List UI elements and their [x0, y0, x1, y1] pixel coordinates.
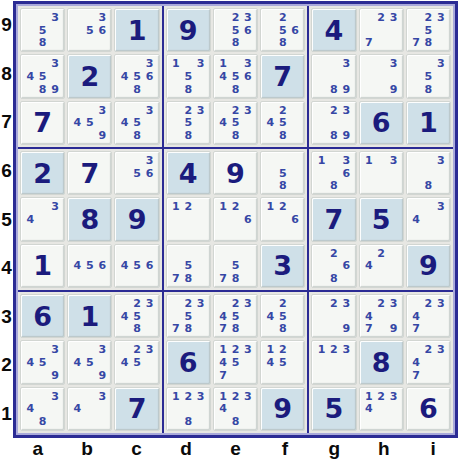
cell-i4[interactable]: 9 — [406, 244, 451, 288]
cell-a2[interactable]: 3459 — [20, 340, 65, 384]
cell-e7[interactable]: 23458 — [213, 101, 258, 145]
candidate-6: 6 — [289, 24, 301, 37]
candidate-1: 1 — [363, 390, 375, 403]
candidate-8: 8 — [36, 37, 48, 50]
candidate-5: 5 — [36, 24, 48, 37]
candidate-4: 4 — [71, 402, 83, 415]
candidate-8: 8 — [277, 129, 289, 142]
box-4: 4958121261265785783 — [164, 149, 308, 290]
candidate-4: 4 — [24, 213, 36, 226]
pencil-marks: 2568 — [264, 11, 301, 49]
cell-d2[interactable]: 6 — [166, 340, 211, 384]
candidate-8: 8 — [277, 323, 289, 336]
candidate-3: 3 — [49, 11, 61, 24]
given-digit: 1 — [419, 109, 438, 136]
candidate-4: 4 — [410, 356, 422, 369]
cell-e9[interactable]: 23568 — [213, 8, 258, 52]
candidate-2: 2 — [375, 297, 387, 310]
candidate-1: 1 — [170, 57, 182, 70]
col-label-b: b — [62, 437, 111, 460]
candidate-8: 8 — [229, 415, 241, 428]
cell-g3[interactable]: 239 — [311, 294, 356, 338]
cell-e1[interactable]: 12348 — [213, 387, 258, 431]
box-5: 136813387534268249 — [309, 149, 453, 290]
cell-g8[interactable]: 389 — [311, 54, 356, 98]
candidate-4: 4 — [71, 116, 83, 129]
pencil-marks: 356 — [118, 154, 155, 192]
given-digit: 7 — [128, 395, 147, 422]
cell-a9[interactable]: 358 — [20, 8, 65, 52]
box-3: 2735634891456456 — [18, 149, 162, 290]
cell-a8[interactable]: 34589 — [20, 54, 65, 98]
given-digit: 6 — [372, 109, 391, 136]
candidate-2: 2 — [422, 343, 434, 356]
pencil-marks: 23479 — [363, 297, 400, 335]
candidate-5: 5 — [182, 310, 194, 323]
cell-i8[interactable]: 358 — [406, 54, 451, 98]
pencil-marks: 456 — [118, 247, 155, 285]
candidate-3: 3 — [435, 11, 447, 24]
cell-b3[interactable]: 1 — [67, 294, 112, 338]
pencil-marks: 123457 — [217, 343, 254, 381]
row-label-2: 2 — [0, 341, 13, 390]
cell-c1[interactable]: 7 — [114, 387, 159, 431]
candidate-1: 1 — [217, 57, 229, 70]
cell-g2[interactable]: 123 — [311, 340, 356, 384]
given-digit: 1 — [128, 17, 147, 44]
sudoku-grid: 3583561345892345687345934589235682568135… — [18, 6, 453, 433]
cell-d5[interactable]: 12 — [166, 197, 211, 241]
candidate-3: 3 — [49, 343, 61, 356]
cell-f1[interactable]: 9 — [260, 387, 305, 431]
pencil-marks: 123 — [315, 343, 352, 381]
candidate-3: 3 — [242, 11, 254, 24]
cell-e2[interactable]: 123457 — [213, 340, 258, 384]
candidate-3: 3 — [143, 57, 155, 70]
candidate-4: 4 — [118, 310, 130, 323]
cell-g5[interactable]: 7 — [311, 197, 356, 241]
candidate-8: 8 — [277, 37, 289, 50]
pencil-marks: 1238 — [170, 390, 207, 428]
given-digit: 6 — [33, 303, 52, 330]
candidate-3: 3 — [194, 297, 206, 310]
col-label-a: a — [13, 437, 62, 460]
cell-g6[interactable]: 1368 — [311, 151, 356, 195]
pencil-marks: 23578 — [410, 11, 447, 49]
candidate-3: 3 — [194, 104, 206, 117]
pencil-marks: 38 — [410, 154, 447, 192]
candidate-3: 3 — [49, 57, 61, 70]
cell-a6[interactable]: 2 — [20, 151, 65, 195]
given-digit: 7 — [325, 206, 344, 233]
pencil-marks: 239 — [315, 297, 352, 335]
cell-b8[interactable]: 2 — [67, 54, 112, 98]
cell-b7[interactable]: 3459 — [67, 101, 112, 145]
candidate-2: 2 — [229, 297, 241, 310]
candidate-7: 7 — [217, 323, 229, 336]
candidate-8: 8 — [182, 323, 194, 336]
cell-e4[interactable]: 578 — [213, 244, 258, 288]
pencil-marks: 126 — [264, 200, 301, 238]
cell-d4[interactable]: 578 — [166, 244, 211, 288]
cell-a3[interactable]: 6 — [20, 294, 65, 338]
pencil-marks: 237 — [363, 11, 400, 49]
pencil-marks: 578 — [170, 247, 207, 285]
pencil-marks: 34 — [71, 390, 108, 428]
candidate-2: 2 — [328, 343, 340, 356]
cell-d3[interactable]: 23578 — [166, 294, 211, 338]
candidate-2: 2 — [182, 104, 194, 117]
candidate-8: 8 — [328, 272, 340, 285]
candidate-3: 3 — [340, 343, 352, 356]
candidate-2: 2 — [277, 200, 289, 213]
candidate-4: 4 — [24, 70, 36, 83]
col-label-d: d — [161, 437, 210, 460]
solved-digit: 1 — [33, 252, 52, 279]
candidate-9: 9 — [340, 83, 352, 96]
cell-d1[interactable]: 1238 — [166, 387, 211, 431]
col-labels: abcdefghi — [13, 437, 458, 460]
candidate-8: 8 — [131, 129, 143, 142]
pencil-marks: 358 — [410, 57, 447, 95]
cell-b1[interactable]: 34 — [67, 387, 112, 431]
cell-a5[interactable]: 34 — [20, 197, 65, 241]
cell-c5[interactable]: 9 — [114, 197, 159, 241]
cell-d8[interactable]: 1358 — [166, 54, 211, 98]
candidate-1: 1 — [264, 343, 276, 356]
candidate-4: 4 — [363, 402, 375, 415]
cell-c7[interactable]: 3458 — [114, 101, 159, 145]
candidate-5: 5 — [84, 24, 96, 37]
pencil-marks: 3459 — [71, 104, 108, 142]
candidate-5: 5 — [229, 70, 241, 83]
cell-f9[interactable]: 2568 — [260, 8, 305, 52]
cell-b5[interactable]: 8 — [67, 197, 112, 241]
candidate-8: 8 — [422, 180, 434, 193]
candidate-3: 3 — [242, 297, 254, 310]
cell-b4[interactable]: 456 — [67, 244, 112, 288]
candidate-2: 2 — [277, 104, 289, 117]
candidate-2: 2 — [328, 297, 340, 310]
cell-i3[interactable]: 2347 — [406, 294, 451, 338]
cell-i1[interactable]: 6 — [406, 387, 451, 431]
candidate-9: 9 — [49, 369, 61, 382]
box-8: 23923479234712382347512346 — [309, 292, 453, 433]
candidate-8: 8 — [328, 180, 340, 193]
given-digit: 9 — [273, 395, 292, 422]
candidate-3: 3 — [96, 343, 108, 356]
candidate-3: 3 — [242, 104, 254, 117]
cell-e3[interactable]: 234578 — [213, 294, 258, 338]
pencil-marks: 1234 — [363, 390, 400, 428]
candidate-8: 8 — [36, 83, 48, 96]
cell-g4[interactable]: 268 — [311, 244, 356, 288]
cell-h1[interactable]: 1234 — [359, 387, 404, 431]
cell-a1[interactable]: 348 — [20, 387, 65, 431]
pencil-marks: 13 — [363, 154, 400, 192]
candidate-9: 9 — [387, 83, 399, 96]
given-digit: 9 — [128, 206, 147, 233]
pencil-marks: 23578 — [170, 297, 207, 335]
candidate-3: 3 — [387, 390, 399, 403]
cell-c6[interactable]: 356 — [114, 151, 159, 195]
candidate-5: 5 — [277, 116, 289, 129]
cell-a7[interactable]: 7 — [20, 101, 65, 145]
cell-d7[interactable]: 2358 — [166, 101, 211, 145]
candidate-2: 2 — [229, 343, 241, 356]
candidate-2: 2 — [375, 390, 387, 403]
candidate-2: 2 — [422, 11, 434, 24]
pencil-marks: 2458 — [264, 297, 301, 335]
candidate-2: 2 — [328, 104, 340, 117]
candidate-5: 5 — [131, 116, 143, 129]
candidate-8: 8 — [422, 83, 434, 96]
col-label-c: c — [112, 437, 161, 460]
candidate-5: 5 — [229, 356, 241, 369]
candidate-3: 3 — [435, 200, 447, 213]
candidate-5: 5 — [84, 259, 96, 272]
cell-i2[interactable]: 2347 — [406, 340, 451, 384]
pencil-marks: 348 — [24, 390, 61, 428]
pencil-marks: 39 — [363, 57, 400, 95]
row-labels: 987654321 — [0, 1, 13, 438]
row-label-1: 1 — [0, 390, 13, 439]
candidate-4: 4 — [71, 259, 83, 272]
candidate-4: 4 — [217, 310, 229, 323]
cell-b9[interactable]: 356 — [67, 8, 112, 52]
candidate-1: 1 — [315, 343, 327, 356]
cell-h9[interactable]: 237 — [359, 8, 404, 52]
given-digit: 7 — [273, 63, 292, 90]
cell-h8[interactable]: 39 — [359, 54, 404, 98]
candidate-5: 5 — [131, 167, 143, 180]
given-digit: 6 — [179, 349, 198, 376]
row-label-9: 9 — [0, 1, 13, 50]
candidate-3: 3 — [143, 154, 155, 167]
candidate-7: 7 — [410, 37, 422, 50]
candidate-6: 6 — [96, 259, 108, 272]
candidate-6: 6 — [242, 24, 254, 37]
cell-c8[interactable]: 34568 — [114, 54, 159, 98]
pencil-marks: 34568 — [118, 57, 155, 95]
candidate-5: 5 — [131, 356, 143, 369]
candidate-2: 2 — [229, 390, 241, 403]
pencil-marks: 456 — [71, 247, 108, 285]
candidate-3: 3 — [143, 343, 155, 356]
box-0: 358356134589234568734593458 — [18, 6, 162, 147]
solved-digit: 9 — [226, 160, 245, 187]
row-label-3: 3 — [0, 292, 13, 341]
candidate-5: 5 — [36, 356, 48, 369]
cell-h5[interactable]: 5 — [359, 197, 404, 241]
cell-b2[interactable]: 3459 — [67, 340, 112, 384]
candidate-9: 9 — [387, 323, 399, 336]
cell-f3[interactable]: 2458 — [260, 294, 305, 338]
cell-i6[interactable]: 38 — [406, 151, 451, 195]
candidate-3: 3 — [194, 57, 206, 70]
cell-e5[interactable]: 126 — [213, 197, 258, 241]
pencil-marks: 24 — [363, 247, 400, 285]
candidate-8: 8 — [182, 129, 194, 142]
candidate-2: 2 — [229, 104, 241, 117]
cell-e6[interactable]: 9 — [213, 151, 258, 195]
cell-h7[interactable]: 6 — [359, 101, 404, 145]
candidate-5: 5 — [229, 24, 241, 37]
candidate-5: 5 — [277, 24, 289, 37]
candidate-6: 6 — [289, 213, 301, 226]
candidate-4: 4 — [363, 259, 375, 272]
candidate-5: 5 — [131, 70, 143, 83]
candidate-5: 5 — [36, 70, 48, 83]
candidate-9: 9 — [340, 129, 352, 142]
candidate-5: 5 — [229, 116, 241, 129]
candidate-8: 8 — [422, 37, 434, 50]
given-digit: 2 — [80, 63, 99, 90]
col-label-e: e — [211, 437, 260, 460]
pencil-marks: 2358 — [170, 104, 207, 142]
pencil-marks: 3459 — [24, 343, 61, 381]
candidate-8: 8 — [36, 415, 48, 428]
cell-f2[interactable]: 1245 — [260, 340, 305, 384]
candidate-6: 6 — [143, 259, 155, 272]
cell-f8[interactable]: 7 — [260, 54, 305, 98]
cell-c4[interactable]: 456 — [114, 244, 159, 288]
col-label-h: h — [359, 437, 408, 460]
candidate-5: 5 — [422, 24, 434, 37]
candidate-8: 8 — [182, 415, 194, 428]
candidate-3: 3 — [435, 297, 447, 310]
pencil-marks: 2389 — [315, 104, 352, 142]
candidate-4: 4 — [118, 259, 130, 272]
candidate-6: 6 — [96, 24, 108, 37]
candidate-3: 3 — [242, 57, 254, 70]
col-label-f: f — [260, 437, 309, 460]
given-digit: 9 — [179, 17, 198, 44]
candidate-3: 3 — [242, 390, 254, 403]
candidate-2: 2 — [182, 200, 194, 213]
candidate-4: 4 — [217, 402, 229, 415]
candidate-9: 9 — [96, 129, 108, 142]
cell-h6[interactable]: 13 — [359, 151, 404, 195]
box-2: 42372357838939358238961 — [309, 6, 453, 147]
pencil-marks: 126 — [217, 200, 254, 238]
candidate-5: 5 — [131, 259, 143, 272]
candidate-4: 4 — [217, 356, 229, 369]
cell-g1[interactable]: 5 — [311, 387, 356, 431]
candidate-7: 7 — [363, 37, 375, 50]
candidate-6: 6 — [340, 259, 352, 272]
candidate-4: 4 — [118, 116, 130, 129]
cell-d6[interactable]: 4 — [166, 151, 211, 195]
candidate-2: 2 — [182, 390, 194, 403]
pencil-marks: 389 — [315, 57, 352, 95]
cell-f6[interactable]: 58 — [260, 151, 305, 195]
candidate-8: 8 — [182, 83, 194, 96]
candidate-2: 2 — [422, 297, 434, 310]
pencil-marks: 134568 — [217, 57, 254, 95]
candidate-2: 2 — [131, 297, 143, 310]
given-digit: 4 — [179, 160, 198, 187]
row-label-5: 5 — [0, 195, 13, 244]
cell-f5[interactable]: 126 — [260, 197, 305, 241]
given-digit: 5 — [325, 395, 344, 422]
cell-i7[interactable]: 1 — [406, 101, 451, 145]
cell-g7[interactable]: 2389 — [311, 101, 356, 145]
cell-h4[interactable]: 24 — [359, 244, 404, 288]
candidate-8: 8 — [229, 272, 241, 285]
cell-h2[interactable]: 8 — [359, 340, 404, 384]
candidate-5: 5 — [277, 167, 289, 180]
cell-c3[interactable]: 23458 — [114, 294, 159, 338]
candidate-9: 9 — [49, 83, 61, 96]
cell-c2[interactable]: 2345 — [114, 340, 159, 384]
candidate-6: 6 — [340, 167, 352, 180]
pencil-marks: 23458 — [118, 297, 155, 335]
candidate-8: 8 — [131, 83, 143, 96]
candidate-5: 5 — [277, 356, 289, 369]
candidate-4: 4 — [217, 70, 229, 83]
candidate-4: 4 — [410, 213, 422, 226]
cell-f4[interactable]: 3 — [260, 244, 305, 288]
candidate-5: 5 — [182, 259, 194, 272]
pencil-marks: 2345 — [118, 343, 155, 381]
solved-digit: 7 — [80, 160, 99, 187]
candidate-1: 1 — [217, 343, 229, 356]
cell-f7[interactable]: 2458 — [260, 101, 305, 145]
candidate-4: 4 — [363, 310, 375, 323]
candidate-1: 1 — [264, 200, 276, 213]
col-label-i: i — [409, 437, 458, 460]
cell-e8[interactable]: 134568 — [213, 54, 258, 98]
cell-c9[interactable]: 1 — [114, 8, 159, 52]
candidate-3: 3 — [194, 390, 206, 403]
sudoku-board: 3583561345892345687345934589235682568135… — [13, 1, 458, 438]
candidate-3: 3 — [435, 343, 447, 356]
candidate-6: 6 — [242, 70, 254, 83]
pencil-marks: 578 — [217, 247, 254, 285]
candidate-6: 6 — [242, 213, 254, 226]
pencil-marks: 2347 — [410, 297, 447, 335]
row-label-7: 7 — [0, 98, 13, 147]
candidate-3: 3 — [387, 154, 399, 167]
candidate-1: 1 — [217, 200, 229, 213]
candidate-3: 3 — [435, 57, 447, 70]
pencil-marks: 2347 — [410, 343, 447, 381]
candidate-4: 4 — [264, 356, 276, 369]
candidate-8: 8 — [328, 83, 340, 96]
candidate-5: 5 — [182, 70, 194, 83]
solved-digit: 6 — [419, 395, 438, 422]
cell-g9[interactable]: 4 — [311, 8, 356, 52]
candidate-4: 4 — [71, 356, 83, 369]
candidate-3: 3 — [340, 154, 352, 167]
candidate-2: 2 — [277, 297, 289, 310]
pencil-marks: 23458 — [217, 104, 254, 142]
cell-a4[interactable]: 1 — [20, 244, 65, 288]
given-digit: 8 — [80, 206, 99, 233]
cell-h3[interactable]: 23479 — [359, 294, 404, 338]
candidate-3: 3 — [387, 57, 399, 70]
candidate-3: 3 — [143, 104, 155, 117]
pencil-marks: 12348 — [217, 390, 254, 428]
cell-i5[interactable]: 34 — [406, 197, 451, 241]
candidate-2: 2 — [375, 11, 387, 24]
cell-d9[interactable]: 9 — [166, 8, 211, 52]
candidate-7: 7 — [170, 323, 182, 336]
pencil-marks: 58 — [264, 154, 301, 192]
cell-i9[interactable]: 23578 — [406, 8, 451, 52]
cell-b6[interactable]: 7 — [67, 151, 112, 195]
